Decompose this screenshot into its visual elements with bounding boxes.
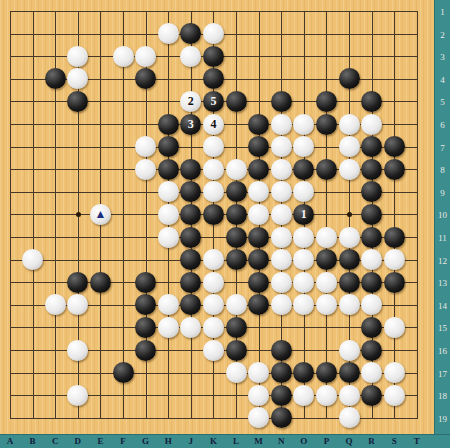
white-stone-N8 <box>271 159 292 180</box>
black-stone-G15 <box>135 317 156 338</box>
column-label-L: L <box>229 437 243 446</box>
white-stone-K7 <box>203 136 224 157</box>
black-stone-L10 <box>226 204 247 225</box>
column-label-G: G <box>139 437 153 446</box>
row-label-3: 3 <box>435 53 450 62</box>
black-stone-Q12 <box>339 249 360 270</box>
white-stone-Q14 <box>339 294 360 315</box>
white-stone-D18 <box>67 385 88 406</box>
white-stone-M19 <box>248 407 269 428</box>
white-stone-N14 <box>271 294 292 315</box>
black-stone-N18 <box>271 385 292 406</box>
black-stone-J13 <box>180 272 201 293</box>
white-stone-R6 <box>361 114 382 135</box>
white-stone-D16 <box>67 340 88 361</box>
black-stone-R8 <box>361 159 382 180</box>
white-stone-S12 <box>384 249 405 270</box>
column-label-P: P <box>319 437 333 446</box>
black-stone-N16 <box>271 340 292 361</box>
white-stone-N6 <box>271 114 292 135</box>
white-stone-S17 <box>384 362 405 383</box>
white-stone-P13 <box>316 272 337 293</box>
move-number-2: 2 <box>188 95 194 107</box>
move-number-5: 5 <box>210 95 216 107</box>
column-label-M: M <box>252 437 266 446</box>
row-label-14: 14 <box>435 302 450 311</box>
column-label-N: N <box>274 437 288 446</box>
white-stone-P11 <box>316 227 337 248</box>
white-stone-K6: 4 <box>203 114 224 135</box>
black-stone-R18 <box>361 385 382 406</box>
row-label-8: 8 <box>435 166 450 175</box>
black-stone-P5 <box>316 91 337 112</box>
column-label-T: T <box>410 437 424 446</box>
white-stone-O13 <box>293 272 314 293</box>
black-stone-R11 <box>361 227 382 248</box>
black-stone-G16 <box>135 340 156 361</box>
black-stone-S11 <box>384 227 405 248</box>
row-label-16: 16 <box>435 347 450 356</box>
white-stone-F3 <box>113 46 134 67</box>
row-label-13: 13 <box>435 279 450 288</box>
black-stone-Q17 <box>339 362 360 383</box>
white-stone-H9 <box>158 181 179 202</box>
row-label-6: 6 <box>435 121 450 130</box>
white-stone-S18 <box>384 385 405 406</box>
column-label-C: C <box>48 437 62 446</box>
black-stone-N5 <box>271 91 292 112</box>
move-number-1: 1 <box>301 208 307 220</box>
black-stone-S13 <box>384 272 405 293</box>
black-stone-Q13 <box>339 272 360 293</box>
black-stone-K5: 5 <box>203 91 224 112</box>
black-stone-K10 <box>203 204 224 225</box>
black-stone-H6 <box>158 114 179 135</box>
black-stone-Q4 <box>339 68 360 89</box>
white-stone-H15 <box>158 317 179 338</box>
white-stone-G8 <box>135 159 156 180</box>
black-stone-R10 <box>361 204 382 225</box>
black-stone-M6 <box>248 114 269 135</box>
triangle-mark-icon: ▲ <box>94 208 106 220</box>
row-label-11: 11 <box>435 234 450 243</box>
black-stone-K3 <box>203 46 224 67</box>
row-label-9: 9 <box>435 189 450 198</box>
black-stone-H8 <box>158 159 179 180</box>
black-stone-P8 <box>316 159 337 180</box>
white-stone-O11 <box>293 227 314 248</box>
black-stone-S7 <box>384 136 405 157</box>
white-stone-H10 <box>158 204 179 225</box>
column-label-Q: Q <box>342 437 356 446</box>
white-stone-K15 <box>203 317 224 338</box>
white-stone-M18 <box>248 385 269 406</box>
column-label-O: O <box>297 437 311 446</box>
white-stone-E10: ▲ <box>90 204 111 225</box>
white-stone-Q18 <box>339 385 360 406</box>
row-coordinate-strip: 12345678910111213141516171819 <box>434 0 450 448</box>
row-label-19: 19 <box>435 415 450 424</box>
column-label-S: S <box>387 437 401 446</box>
move-number-3: 3 <box>188 118 194 130</box>
white-stone-L17 <box>226 362 247 383</box>
black-stone-J11 <box>180 227 201 248</box>
go-board-diagram: 2534▲1 12345678910111213141516171819 ABC… <box>0 0 450 448</box>
black-stone-G13 <box>135 272 156 293</box>
white-stone-Q6 <box>339 114 360 135</box>
column-label-B: B <box>26 437 40 446</box>
black-stone-R5 <box>361 91 382 112</box>
white-stone-N9 <box>271 181 292 202</box>
black-stone-M8 <box>248 159 269 180</box>
white-stone-S15 <box>384 317 405 338</box>
black-stone-R13 <box>361 272 382 293</box>
row-label-5: 5 <box>435 98 450 107</box>
move-number-4: 4 <box>210 118 216 130</box>
black-stone-N19 <box>271 407 292 428</box>
white-stone-N7 <box>271 136 292 157</box>
white-stone-L14 <box>226 294 247 315</box>
row-label-17: 17 <box>435 370 450 379</box>
row-label-10: 10 <box>435 211 450 220</box>
white-stone-K2 <box>203 23 224 44</box>
black-stone-P12 <box>316 249 337 270</box>
white-stone-N12 <box>271 249 292 270</box>
white-stone-N10 <box>271 204 292 225</box>
black-stone-M11 <box>248 227 269 248</box>
white-stone-N11 <box>271 227 292 248</box>
black-stone-S8 <box>384 159 405 180</box>
white-stone-H11 <box>158 227 179 248</box>
column-label-E: E <box>93 437 107 446</box>
black-stone-P6 <box>316 114 337 135</box>
black-stone-H7 <box>158 136 179 157</box>
white-stone-J3 <box>180 46 201 67</box>
white-stone-K13 <box>203 272 224 293</box>
black-stone-L11 <box>226 227 247 248</box>
black-stone-E13 <box>90 272 111 293</box>
white-stone-K16 <box>203 340 224 361</box>
black-stone-L15 <box>226 317 247 338</box>
white-stone-Q19 <box>339 407 360 428</box>
black-stone-L9 <box>226 181 247 202</box>
white-stone-K12 <box>203 249 224 270</box>
row-label-18: 18 <box>435 392 450 401</box>
black-stone-M13 <box>248 272 269 293</box>
white-stone-O18 <box>293 385 314 406</box>
white-stone-P18 <box>316 385 337 406</box>
white-stone-H14 <box>158 294 179 315</box>
white-stone-L8 <box>226 159 247 180</box>
black-stone-P17 <box>316 362 337 383</box>
white-stone-D3 <box>67 46 88 67</box>
black-stone-F17 <box>113 362 134 383</box>
row-label-7: 7 <box>435 144 450 153</box>
column-label-H: H <box>161 437 175 446</box>
go-board[interactable]: 2534▲1 <box>0 0 435 435</box>
black-stone-N17 <box>271 362 292 383</box>
white-stone-Q16 <box>339 340 360 361</box>
column-label-F: F <box>116 437 130 446</box>
black-stone-L16 <box>226 340 247 361</box>
column-label-J: J <box>184 437 198 446</box>
column-label-R: R <box>365 437 379 446</box>
white-stone-G3 <box>135 46 156 67</box>
black-stone-L12 <box>226 249 247 270</box>
black-stone-L5 <box>226 91 247 112</box>
black-stone-R16 <box>361 340 382 361</box>
column-label-K: K <box>206 437 220 446</box>
column-coordinate-strip: ABCDEFGHJKLMNOPQRST <box>0 434 450 448</box>
row-label-1: 1 <box>435 8 450 17</box>
white-stone-H2 <box>158 23 179 44</box>
black-stone-D13 <box>67 272 88 293</box>
black-stone-R15 <box>361 317 382 338</box>
white-stone-M10 <box>248 204 269 225</box>
column-label-A: A <box>3 437 17 446</box>
white-stone-Q11 <box>339 227 360 248</box>
white-stone-Q8 <box>339 159 360 180</box>
white-stone-K8 <box>203 159 224 180</box>
black-stone-J8 <box>180 159 201 180</box>
white-stone-O6 <box>293 114 314 135</box>
row-label-12: 12 <box>435 257 450 266</box>
black-stone-O8 <box>293 159 314 180</box>
row-label-2: 2 <box>435 31 450 40</box>
black-stone-J6: 3 <box>180 114 201 135</box>
column-label-D: D <box>71 437 85 446</box>
row-label-15: 15 <box>435 324 450 333</box>
row-label-4: 4 <box>435 76 450 85</box>
white-stone-N13 <box>271 272 292 293</box>
white-stone-C14 <box>45 294 66 315</box>
black-stone-C4 <box>45 68 66 89</box>
white-stone-Q7 <box>339 136 360 157</box>
